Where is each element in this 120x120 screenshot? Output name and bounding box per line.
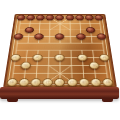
board-point-e4[interactable]: 兵 [54, 54, 65, 62]
piece-character: 將 [58, 17, 62, 19]
black-chariot[interactable]: 車 [16, 15, 26, 20]
piece-character: 俥 [105, 80, 110, 84]
board-point-h3[interactable]: 炮 [88, 61, 100, 69]
piece-character: 象 [78, 17, 82, 19]
red-horse[interactable]: 傌 [18, 78, 30, 86]
board-point-h1[interactable]: 傌 [90, 78, 103, 87]
board-grid: 車馬象士將士象馬車砲砲卒卒卒卒卒兵兵兵兵兵炮炮俥傌相仕帥仕相傌俥 [5, 15, 115, 87]
piece-character: 兵 [102, 56, 107, 59]
board-point-i1[interactable]: 俥 [102, 78, 115, 87]
board-point-f4[interactable] [66, 54, 77, 62]
black-cannon[interactable]: 砲 [24, 27, 34, 33]
board-point-b6[interactable] [22, 40, 33, 47]
piece-character: 卒 [16, 35, 21, 38]
black-elephant[interactable]: 象 [36, 15, 45, 20]
board-point-b3[interactable]: 炮 [19, 61, 31, 69]
board-point-d6[interactable] [44, 40, 55, 47]
piece-character: 傌 [93, 80, 98, 84]
piece-character: 帥 [58, 80, 63, 84]
red-cannon[interactable]: 炮 [89, 62, 100, 69]
red-soldier[interactable]: 兵 [32, 54, 43, 61]
board-point-d4[interactable] [43, 54, 54, 62]
piece-character: 仕 [70, 80, 75, 84]
board-point-g4[interactable]: 兵 [77, 54, 89, 62]
board-point-g2[interactable] [77, 69, 89, 77]
xiangqi-set-photo: 車馬象士將士象馬車砲砲卒卒卒卒卒兵兵兵兵兵炮炮俥傌相仕帥仕相傌俥 [0, 0, 120, 120]
board-point-f2[interactable] [66, 69, 78, 77]
piece-character: 士 [48, 17, 52, 19]
board-point-f1[interactable]: 仕 [66, 78, 78, 87]
board-foot-right [102, 98, 113, 102]
board-point-b1[interactable]: 傌 [17, 78, 30, 87]
red-horse[interactable]: 傌 [90, 78, 102, 86]
board-point-e1[interactable]: 帥 [54, 78, 66, 87]
board-point-i5[interactable] [98, 47, 110, 54]
red-advisor[interactable]: 仕 [42, 78, 53, 86]
board-point-e3[interactable] [54, 61, 66, 69]
board-point-f3[interactable] [66, 61, 78, 69]
black-soldier[interactable]: 卒 [13, 33, 23, 39]
board-point-c4[interactable]: 兵 [32, 54, 44, 62]
piece-character: 兵 [58, 56, 63, 59]
red-general[interactable]: 帥 [55, 78, 66, 86]
piece-character: 砲 [88, 29, 92, 32]
black-soldier[interactable]: 卒 [76, 33, 86, 39]
piece-character: 卒 [100, 35, 105, 38]
board-point-e6[interactable] [55, 40, 66, 47]
red-cannon[interactable]: 炮 [20, 62, 31, 69]
board-point-i3[interactable] [100, 61, 113, 69]
piece-character: 卒 [79, 35, 83, 38]
board-point-c1[interactable]: 相 [30, 78, 43, 87]
piece-character: 車 [97, 17, 101, 19]
piece-character: 車 [19, 17, 23, 19]
black-soldier[interactable]: 卒 [34, 33, 44, 39]
piece-character: 象 [38, 17, 42, 19]
piece-character: 傌 [21, 80, 26, 84]
board-point-h2[interactable] [89, 69, 102, 77]
black-advisor[interactable]: 士 [65, 15, 74, 20]
black-cannon[interactable]: 砲 [86, 27, 96, 33]
red-chariot[interactable]: 俥 [6, 78, 18, 86]
piece-character: 炮 [23, 64, 28, 67]
board-point-h4[interactable] [88, 54, 100, 62]
red-soldier[interactable]: 兵 [55, 54, 65, 61]
black-soldier[interactable]: 卒 [97, 33, 107, 39]
board-point-g6[interactable] [76, 40, 87, 47]
piece-character: 卒 [37, 35, 41, 38]
piece-character: 士 [68, 17, 72, 19]
board-point-c6[interactable] [33, 40, 44, 47]
board-point-d2[interactable] [42, 69, 54, 77]
board-point-e2[interactable] [54, 69, 66, 77]
piece-character: 相 [33, 80, 38, 84]
board-point-h6[interactable] [86, 40, 97, 47]
board-point-b2[interactable] [18, 69, 31, 77]
board-point-d5[interactable] [43, 47, 54, 54]
black-soldier[interactable]: 卒 [55, 33, 65, 39]
board-point-i2[interactable] [101, 69, 114, 77]
piece-character: 兵 [80, 56, 85, 59]
board-point-b5[interactable] [21, 47, 33, 54]
board-point-d3[interactable] [43, 61, 55, 69]
xiangqi-board[interactable]: 車馬象士將士象馬車砲砲卒卒卒卒卒兵兵兵兵兵炮炮俥傌相仕帥仕相傌俥 [3, 14, 117, 88]
black-general[interactable]: 將 [56, 15, 65, 20]
board-perspective-wrapper: 車馬象士將士象馬車砲砲卒卒卒卒卒兵兵兵兵兵炮炮俥傌相仕帥仕相傌俥 [3, 14, 117, 88]
board-point-f6[interactable] [65, 40, 76, 47]
board-point-e5[interactable] [54, 47, 65, 54]
piece-character: 俥 [9, 80, 14, 84]
black-horse[interactable]: 馬 [85, 15, 94, 20]
board-point-f5[interactable] [65, 47, 76, 54]
board-point-b4[interactable] [20, 54, 32, 62]
red-advisor[interactable]: 仕 [67, 78, 78, 86]
black-advisor[interactable]: 士 [46, 15, 55, 20]
board-point-i6[interactable] [97, 40, 109, 47]
board-point-h5[interactable] [87, 47, 99, 54]
board-point-c3[interactable] [31, 61, 43, 69]
piece-character: 兵 [13, 56, 18, 59]
red-chariot[interactable]: 俥 [102, 78, 114, 86]
piece-character: 炮 [92, 64, 97, 67]
black-chariot[interactable]: 車 [95, 15, 105, 20]
piece-character: 馬 [87, 17, 91, 19]
black-horse[interactable]: 馬 [26, 15, 35, 20]
red-soldier[interactable]: 兵 [99, 54, 110, 61]
red-elephant[interactable]: 相 [78, 78, 89, 86]
board-point-c5[interactable] [32, 47, 43, 54]
red-elephant[interactable]: 相 [30, 78, 41, 86]
piece-character: 砲 [27, 29, 31, 32]
board-foot-left [7, 98, 18, 102]
board-point-i4[interactable]: 兵 [99, 54, 111, 62]
piece-character: 馬 [28, 17, 32, 19]
piece-character: 卒 [58, 35, 62, 38]
piece-character: 相 [81, 80, 86, 84]
piece-character: 仕 [45, 80, 50, 84]
board-point-g5[interactable] [76, 47, 87, 54]
red-soldier[interactable]: 兵 [10, 54, 21, 61]
board-point-g3[interactable] [77, 61, 89, 69]
red-soldier[interactable]: 兵 [77, 54, 88, 61]
board-point-g1[interactable]: 相 [78, 78, 91, 87]
board-point-c2[interactable] [30, 69, 42, 77]
board-point-d1[interactable]: 仕 [42, 78, 54, 87]
black-elephant[interactable]: 象 [75, 15, 84, 20]
piece-character: 兵 [35, 56, 40, 59]
